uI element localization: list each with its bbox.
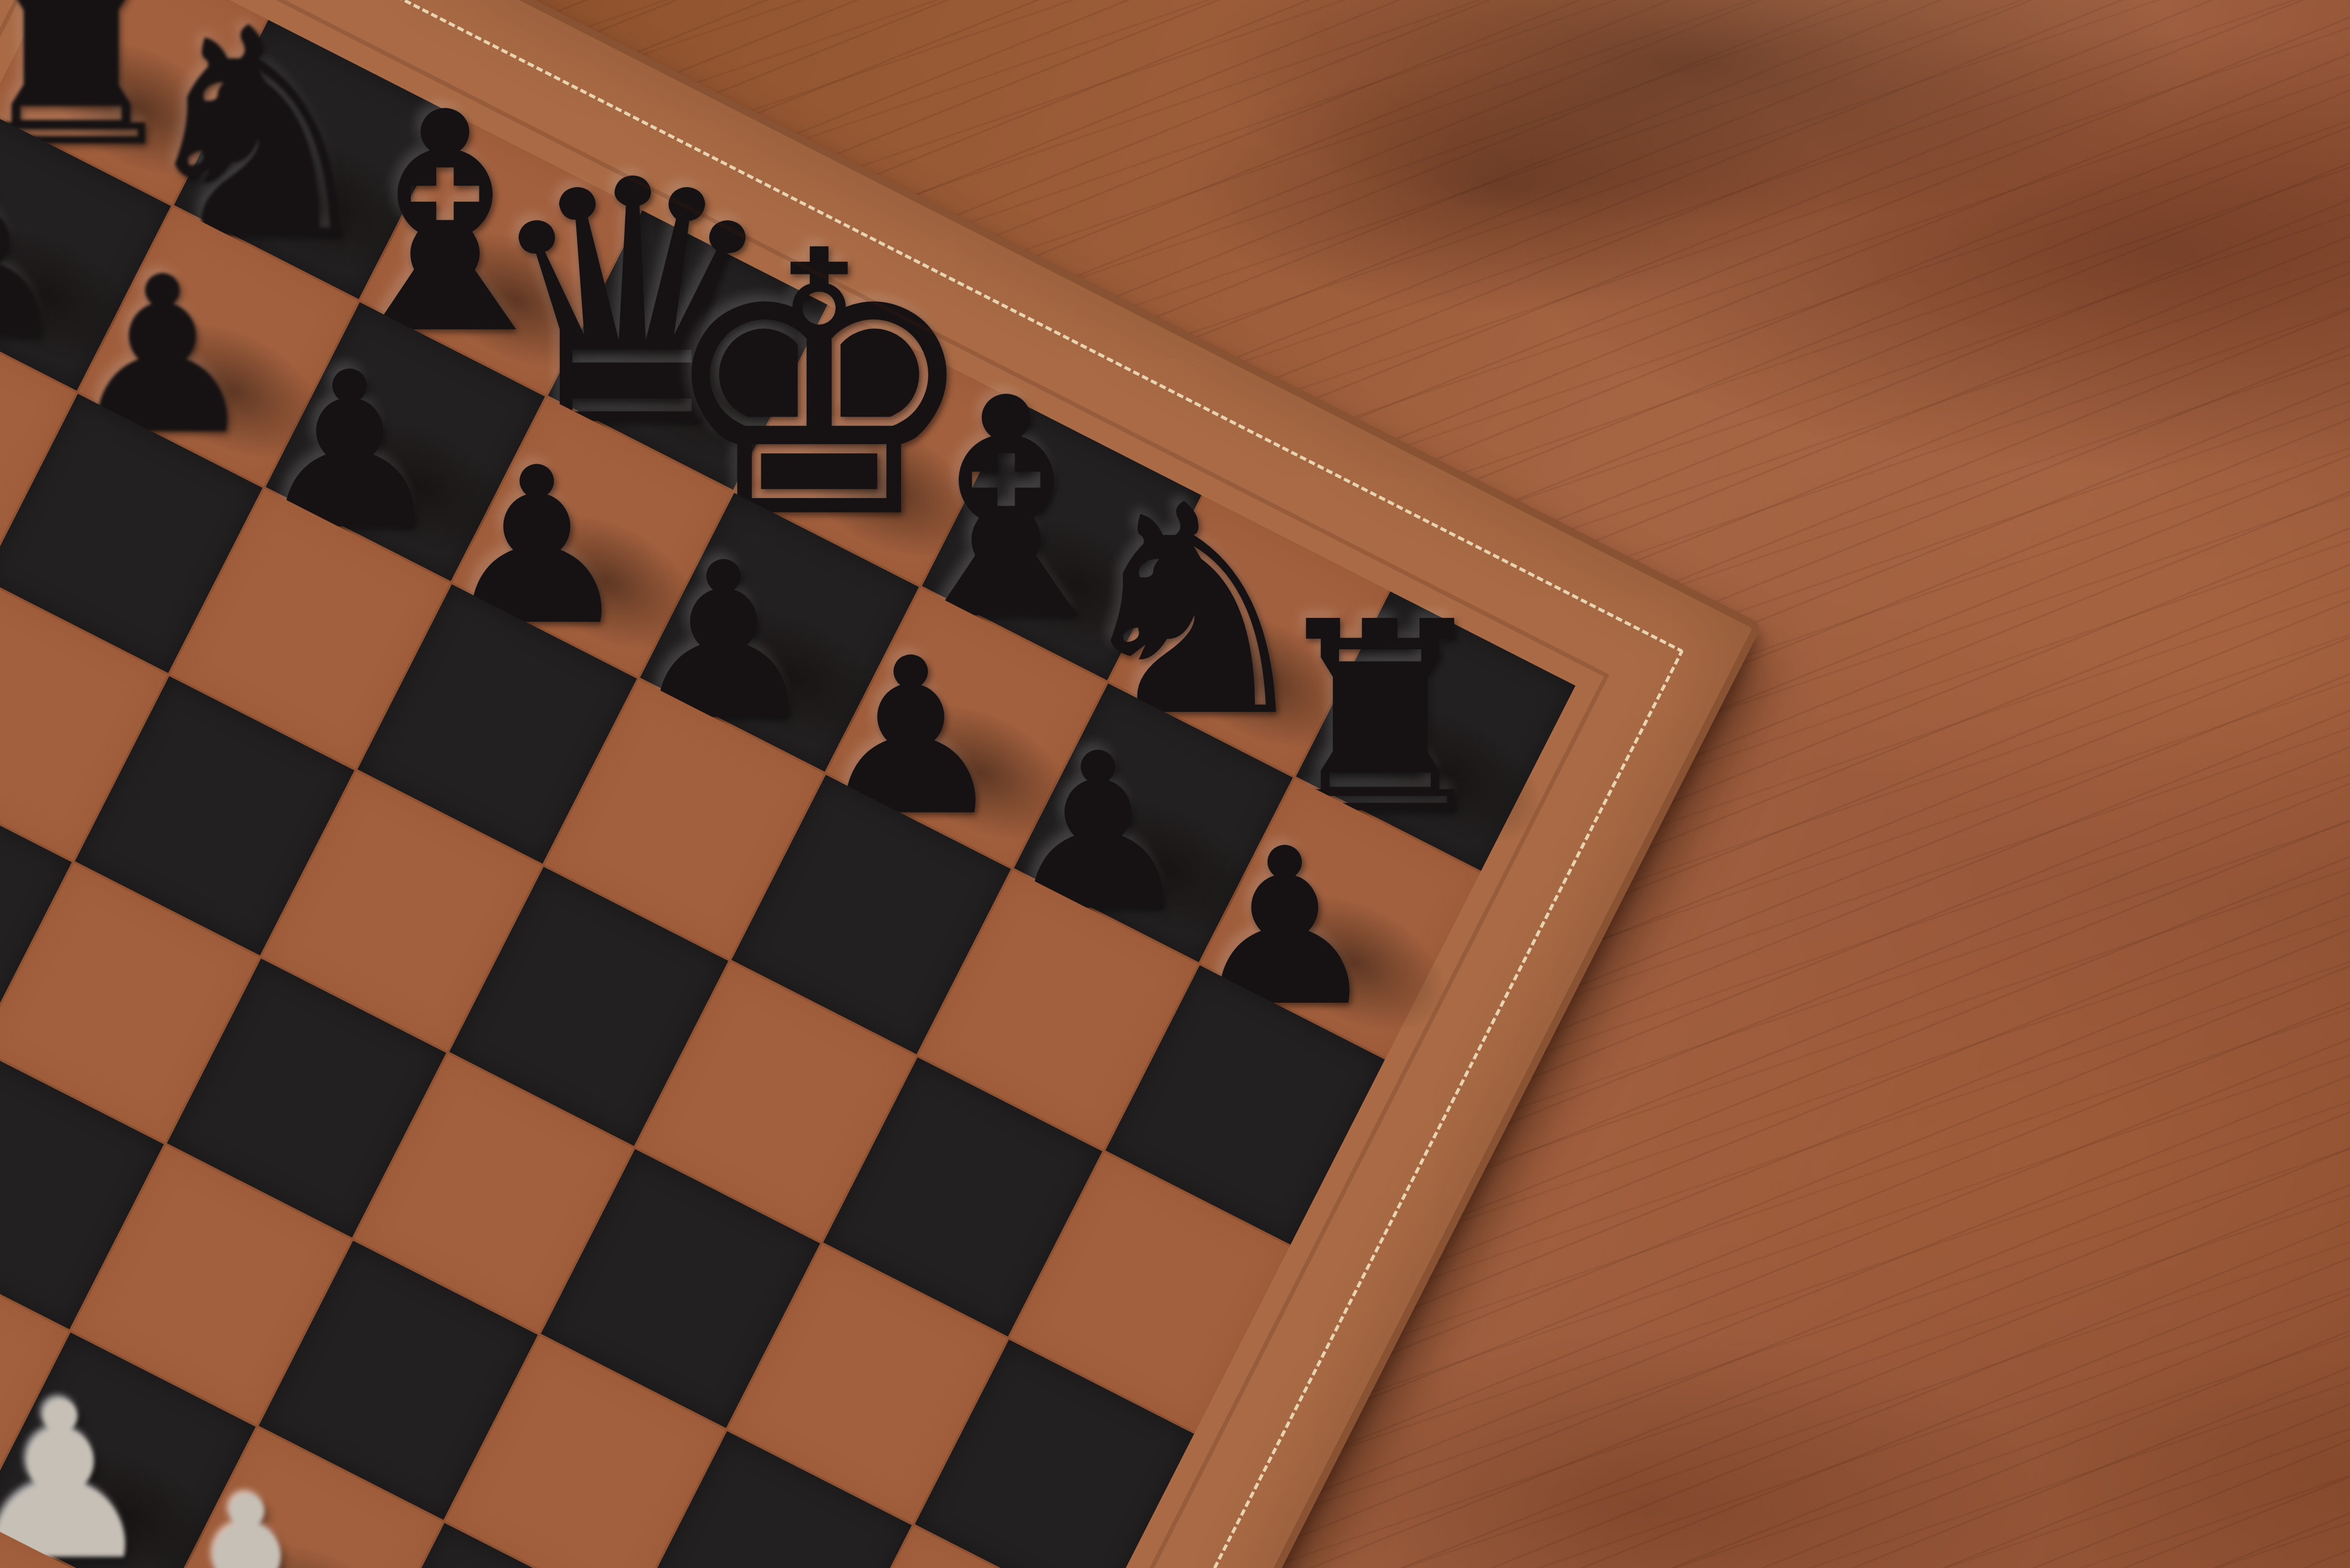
piece-black-pawn-a7[interactable]: ♟: [0, 161, 72, 360]
piece-white-pawn-d2[interactable]: ♟: [0, 1382, 157, 1568]
piece-white-pawn-e2[interactable]: ♟: [150, 1477, 344, 1568]
scene: ♜♞♝♛♚♝♞♜♟♟♟♟♟♟♟♟♟♟: [0, 0, 2350, 1568]
